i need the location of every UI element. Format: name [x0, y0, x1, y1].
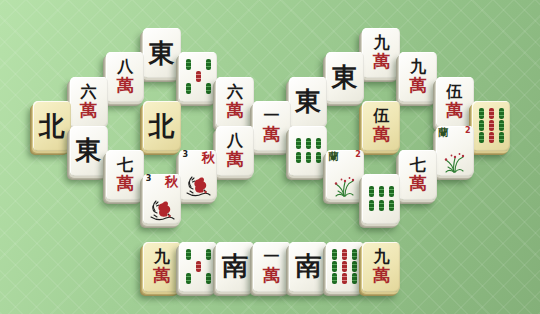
east-wind-glyph: 東	[149, 40, 175, 66]
one-characters-glyphs: 一萬	[263, 108, 280, 143]
tile-face: 八萬	[217, 127, 253, 174]
tile-south-wind[interactable]: 南	[216, 242, 254, 292]
bamboo-stick-green-icon	[316, 152, 321, 163]
character-number-glyph: 六	[227, 84, 243, 100]
tile-north-wind[interactable]: 北	[143, 101, 181, 151]
tile-face: 六萬	[71, 78, 107, 125]
bamboo-stick-green-icon	[352, 249, 357, 260]
tile-face: 八萬	[107, 53, 143, 100]
wan-glyph: 萬	[117, 77, 134, 94]
nine-characters-glyphs: 九萬	[373, 249, 390, 284]
character-number-glyph: 六	[81, 84, 97, 100]
bamboo-stick-green-icon	[316, 138, 321, 149]
character-number-glyph: 九	[410, 59, 426, 75]
bamboo-stick-red-icon	[342, 273, 347, 284]
tile-face	[180, 243, 216, 290]
tile-six-bamboo[interactable]	[362, 174, 400, 224]
tile-east-wind[interactable]: 東	[326, 52, 364, 102]
bamboo-stick-green-icon	[296, 138, 301, 149]
seven-characters-glyphs: 七萬	[117, 157, 134, 192]
tile-six-bamboo[interactable]	[289, 126, 327, 176]
tile-face: 一萬	[254, 102, 290, 149]
nine-characters-glyphs: 九萬	[153, 249, 170, 284]
character-number-glyph: 八	[227, 133, 243, 149]
season-name-glyph: 秋	[201, 151, 214, 165]
six-bamboo-sticks-icon	[366, 185, 396, 213]
tile-face	[180, 53, 216, 100]
bamboo-stick-green-icon	[332, 261, 337, 272]
tile-face: 東	[71, 127, 107, 174]
bamboo-stick-green-icon	[206, 83, 211, 94]
wan-glyph: 萬	[227, 102, 244, 119]
bamboo-stick-red-icon	[196, 261, 201, 272]
tile-face: 3秋	[145, 175, 179, 222]
bamboo-stick-green-icon	[186, 83, 191, 94]
character-number-glyph: 一	[264, 108, 280, 124]
tile-five-bamboo[interactable]	[179, 52, 217, 102]
tile-nine-characters[interactable]: 九萬	[362, 28, 400, 78]
autumn-season-art-icon	[185, 176, 211, 197]
tile-nine-bamboo[interactable]	[326, 242, 364, 292]
nine-characters-glyphs: 九萬	[373, 35, 390, 70]
tile-face: 蘭2	[438, 127, 472, 174]
tile-nine-characters[interactable]: 九萬	[143, 242, 181, 292]
tile-eight-characters[interactable]: 八萬	[106, 52, 144, 102]
character-number-glyph: 八	[117, 59, 133, 75]
bamboo-stick-green-icon	[389, 200, 394, 211]
bamboo-stick-red-icon	[489, 120, 494, 131]
bamboo-stick-green-icon	[352, 261, 357, 272]
bamboo-stick-red-icon	[342, 249, 347, 260]
character-number-glyph: 九	[154, 249, 170, 265]
five-bamboo-sticks-icon	[183, 248, 213, 284]
mahjong-board: 東八萬六萬六萬北北一萬東八萬七萬3秋3秋九萬東九萬東伍萬伍萬蘭2蘭2七萬九萬南一…	[0, 0, 540, 314]
bamboo-stick-green-icon	[369, 186, 374, 197]
tile-south-wind[interactable]: 南	[289, 242, 327, 292]
bamboo-stick-green-icon	[499, 132, 504, 143]
wan-glyph: 萬	[446, 102, 463, 119]
east-wind-glyph: 東	[295, 88, 321, 114]
tile-face: 南	[290, 243, 326, 290]
tile-face: 九萬	[400, 53, 436, 100]
season-number: 3	[146, 175, 152, 183]
bamboo-stick-green-icon	[206, 273, 211, 284]
seven-characters-glyphs: 七萬	[410, 157, 427, 192]
tile-one-characters[interactable]: 一萬	[253, 101, 291, 151]
north-wind-glyph: 北	[149, 113, 175, 139]
season-name-glyph: 秋	[165, 175, 178, 189]
bamboo-stick-red-icon	[489, 108, 494, 119]
north-wind-glyph: 北	[39, 113, 65, 139]
wan-glyph: 萬	[80, 102, 97, 119]
tile-orchid-flower[interactable]: 蘭2	[326, 150, 364, 200]
wan-glyph: 萬	[263, 267, 280, 284]
east-wind-glyph: 東	[76, 137, 102, 163]
bamboo-stick-green-icon	[186, 273, 191, 284]
tile-face	[473, 102, 509, 149]
tile-five-characters[interactable]: 伍萬	[436, 77, 474, 127]
bamboo-stick-green-icon	[389, 186, 394, 197]
tile-five-bamboo[interactable]	[179, 242, 217, 292]
wan-glyph: 萬	[410, 175, 427, 192]
flower-name-glyph: 蘭	[329, 151, 339, 162]
bamboo-stick-green-icon	[479, 108, 484, 119]
east-wind-glyph: 東	[332, 64, 358, 90]
five-bamboo-sticks-icon	[183, 59, 213, 95]
tile-face	[363, 175, 399, 222]
tile-nine-characters[interactable]: 九萬	[362, 242, 400, 292]
bamboo-stick-green-icon	[206, 249, 211, 260]
six-bamboo-sticks-icon	[293, 136, 323, 164]
six-characters-glyphs: 六萬	[227, 84, 244, 119]
bamboo-stick-green-icon	[306, 138, 311, 149]
character-number-glyph: 七	[117, 157, 133, 173]
five-characters-glyphs: 伍萬	[446, 84, 463, 119]
wan-glyph: 萬	[117, 175, 134, 192]
bamboo-stick-green-icon	[186, 59, 191, 70]
tile-face: 伍萬	[363, 102, 399, 149]
bamboo-stick-green-icon	[369, 200, 374, 211]
tile-face: 九萬	[363, 29, 399, 76]
nine-characters-glyphs: 九萬	[410, 59, 427, 94]
character-number-glyph: 伍	[373, 108, 389, 124]
orchid-flower-art-icon	[443, 151, 467, 173]
tile-seven-characters[interactable]: 七萬	[399, 150, 437, 200]
bamboo-stick-green-icon	[379, 186, 384, 197]
south-wind-glyph: 南	[222, 253, 248, 279]
bamboo-stick-green-icon	[206, 59, 211, 70]
bamboo-stick-green-icon	[186, 249, 191, 260]
wan-glyph: 萬	[373, 53, 390, 70]
character-number-glyph: 九	[373, 35, 389, 51]
tile-face: 九萬	[363, 243, 399, 290]
bamboo-stick-red-icon	[489, 132, 494, 143]
tile-six-characters[interactable]: 六萬	[216, 77, 254, 127]
tile-east-wind[interactable]: 東	[289, 77, 327, 127]
bamboo-stick-green-icon	[379, 200, 384, 211]
tile-north-wind[interactable]: 北	[33, 101, 71, 151]
tile-autumn-season[interactable]: 3秋	[143, 174, 181, 224]
tile-face: 七萬	[107, 151, 143, 198]
tile-nine-bamboo[interactable]	[472, 101, 510, 151]
bamboo-stick-green-icon	[499, 120, 504, 131]
tile-face	[327, 243, 363, 290]
bamboo-stick-green-icon	[479, 132, 484, 143]
tile-face: 東	[290, 78, 326, 125]
tile-face: 北	[144, 102, 180, 149]
nine-bamboo-sticks-icon	[476, 108, 506, 144]
bamboo-stick-green-icon	[332, 249, 337, 260]
eight-characters-glyphs: 八萬	[227, 133, 244, 168]
tile-face: 3秋	[181, 151, 215, 198]
wan-glyph: 萬	[263, 126, 280, 143]
wan-glyph: 萬	[410, 77, 427, 94]
bamboo-stick-red-icon	[196, 71, 201, 82]
bamboo-stick-green-icon	[499, 108, 504, 119]
tile-orchid-flower[interactable]: 蘭2	[436, 126, 474, 176]
season-number: 3	[182, 151, 188, 159]
character-number-glyph: 七	[410, 157, 426, 173]
five-characters-glyphs: 伍萬	[373, 108, 390, 143]
wan-glyph: 萬	[227, 151, 244, 168]
six-characters-glyphs: 六萬	[80, 84, 97, 119]
tile-face: 六萬	[217, 78, 253, 125]
tile-face: 一萬	[254, 243, 290, 290]
tile-face: 蘭2	[328, 151, 362, 198]
eight-characters-glyphs: 八萬	[117, 59, 134, 94]
tile-five-characters[interactable]: 伍萬	[362, 101, 400, 151]
bamboo-stick-green-icon	[306, 152, 311, 163]
bamboo-stick-green-icon	[352, 273, 357, 284]
tile-face: 南	[217, 243, 253, 290]
tile-face: 北	[34, 102, 70, 149]
flower-name-glyph: 蘭	[439, 127, 449, 138]
flower-number: 2	[465, 127, 471, 135]
tile-nine-characters[interactable]: 九萬	[399, 52, 437, 102]
character-number-glyph: 一	[264, 249, 280, 265]
tile-east-wind[interactable]: 東	[143, 28, 181, 78]
tile-face: 九萬	[144, 243, 180, 290]
bamboo-stick-red-icon	[342, 261, 347, 272]
tile-one-characters[interactable]: 一萬	[253, 242, 291, 292]
tile-face: 七萬	[400, 151, 436, 198]
autumn-season-art-icon	[149, 200, 175, 221]
bamboo-stick-green-icon	[332, 273, 337, 284]
nine-bamboo-sticks-icon	[330, 248, 360, 284]
character-number-glyph: 伍	[447, 84, 463, 100]
bamboo-stick-green-icon	[479, 120, 484, 131]
tile-face: 東	[144, 29, 180, 76]
tile-six-characters[interactable]: 六萬	[70, 77, 108, 127]
tile-eight-characters[interactable]: 八萬	[216, 126, 254, 176]
wan-glyph: 萬	[153, 267, 170, 284]
tile-face: 伍萬	[437, 78, 473, 125]
wan-glyph: 萬	[373, 267, 390, 284]
orchid-flower-art-icon	[333, 175, 357, 197]
tile-autumn-season[interactable]: 3秋	[179, 150, 217, 200]
tile-face: 東	[327, 53, 363, 100]
wan-glyph: 萬	[373, 126, 390, 143]
tile-east-wind[interactable]: 東	[70, 126, 108, 176]
tile-face	[290, 127, 326, 174]
south-wind-glyph: 南	[295, 253, 321, 279]
flower-number: 2	[355, 151, 361, 159]
tile-seven-characters[interactable]: 七萬	[106, 150, 144, 200]
one-characters-glyphs: 一萬	[263, 249, 280, 284]
bamboo-stick-green-icon	[296, 152, 301, 163]
character-number-glyph: 九	[373, 249, 389, 265]
